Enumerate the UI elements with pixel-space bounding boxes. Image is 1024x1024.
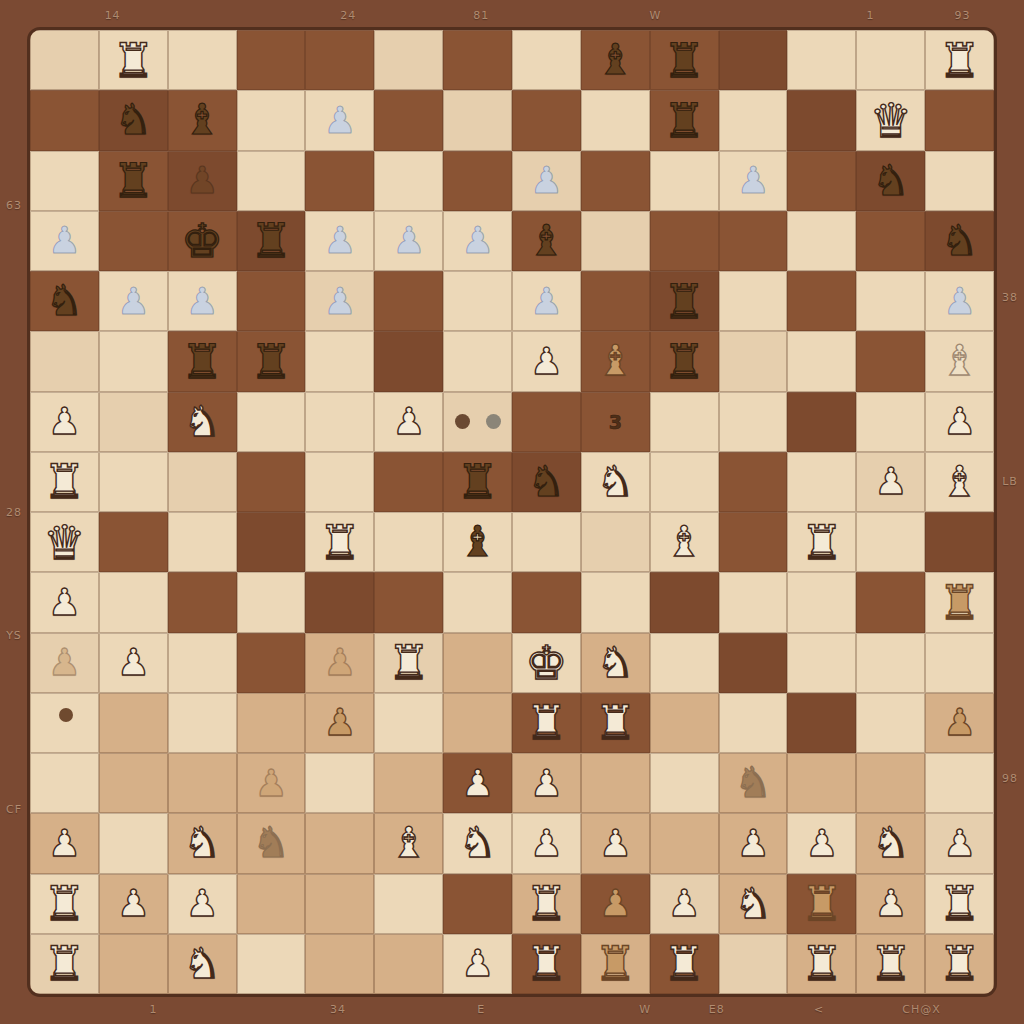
board-square[interactable] xyxy=(374,331,443,391)
board-square[interactable] xyxy=(787,90,856,150)
piece-white-pawn[interactable]: ♟ xyxy=(530,343,563,380)
board-square[interactable]: ♟ xyxy=(856,874,925,934)
piece-black-knight[interactable]: ♞ xyxy=(941,220,979,262)
board-square[interactable] xyxy=(856,633,925,693)
piece-white-pawn[interactable]: ♟ xyxy=(805,825,838,862)
board-square[interactable] xyxy=(719,452,788,512)
board-square[interactable]: ♜ xyxy=(30,874,99,934)
board-square[interactable]: ♚ xyxy=(168,211,237,271)
board-square[interactable] xyxy=(237,693,306,753)
board-square[interactable] xyxy=(168,753,237,813)
piece-black-rook[interactable]: ♜ xyxy=(663,278,705,325)
piece-white-pawn[interactable]: ♟ xyxy=(943,825,976,862)
piece-white-bishop[interactable]: ♝ xyxy=(941,340,979,382)
board-square[interactable]: ♟ xyxy=(443,211,512,271)
piece-white-knight[interactable]: ♞ xyxy=(734,883,772,925)
board-square[interactable] xyxy=(237,633,306,693)
piece-tan-pawn[interactable]: ♟ xyxy=(599,885,632,922)
board-square[interactable] xyxy=(925,633,994,693)
piece-white-knight[interactable]: ♞ xyxy=(459,822,497,864)
board-square[interactable] xyxy=(99,753,168,813)
piece-black-knight[interactable]: ♞ xyxy=(46,280,84,322)
board-square[interactable]: ♞ xyxy=(581,452,650,512)
board-square[interactable]: ♟ xyxy=(443,753,512,813)
board-square[interactable] xyxy=(650,452,719,512)
board-square[interactable]: ♜ xyxy=(237,331,306,391)
board-square[interactable]: ♝ xyxy=(374,813,443,873)
board-square[interactable]: ♞ xyxy=(856,813,925,873)
board-square[interactable] xyxy=(237,392,306,452)
board-square[interactable]: ♟ xyxy=(30,813,99,873)
piece-white-pawn[interactable]: ♟ xyxy=(392,403,425,440)
board-square[interactable] xyxy=(787,693,856,753)
piece-black-bishop[interactable]: ♝ xyxy=(528,220,566,262)
board-square[interactable] xyxy=(237,151,306,211)
board-square[interactable] xyxy=(305,30,374,90)
board-square[interactable] xyxy=(443,271,512,331)
board-square[interactable] xyxy=(30,753,99,813)
board-square[interactable]: ♞ xyxy=(856,151,925,211)
board-square[interactable]: ♟ xyxy=(925,271,994,331)
board-square[interactable] xyxy=(787,211,856,271)
piece-ghost-blue-pawn[interactable]: ♟ xyxy=(186,283,219,320)
board-square[interactable] xyxy=(99,934,168,994)
board-square[interactable] xyxy=(719,271,788,331)
piece-white-rook[interactable]: ♜ xyxy=(525,940,567,987)
board-square[interactable]: ♜ xyxy=(650,331,719,391)
board-square[interactable] xyxy=(787,271,856,331)
board-square[interactable]: ♟ xyxy=(305,633,374,693)
board-square[interactable]: ♞ xyxy=(168,934,237,994)
board-square[interactable] xyxy=(305,331,374,391)
piece-tan-pawn[interactable]: ♟ xyxy=(323,704,356,741)
board-square[interactable] xyxy=(856,392,925,452)
piece-black-knight[interactable]: ♞ xyxy=(734,762,772,804)
piece-white-rook[interactable]: ♜ xyxy=(938,880,980,927)
piece-white-pawn[interactable]: ♟ xyxy=(117,885,150,922)
board-square[interactable]: ♟ xyxy=(512,271,581,331)
piece-tan-rook[interactable]: ♜ xyxy=(801,880,843,927)
board-square[interactable] xyxy=(168,512,237,572)
piece-white-rook[interactable]: ♜ xyxy=(43,880,85,927)
board-square[interactable]: ♜ xyxy=(787,934,856,994)
piece-ghost-blue-pawn[interactable]: ♟ xyxy=(323,102,356,139)
board-square[interactable]: ♞ xyxy=(925,211,994,271)
piece-tan-pawn[interactable]: ♟ xyxy=(323,644,356,681)
board-square[interactable]: ♜ xyxy=(925,874,994,934)
board-square[interactable]: ♞ xyxy=(719,753,788,813)
board-square[interactable] xyxy=(650,633,719,693)
board-square[interactable]: ♜ xyxy=(443,452,512,512)
board-square[interactable]: ♟ xyxy=(512,813,581,873)
board-square[interactable]: ♟ xyxy=(512,151,581,211)
piece-black-rook[interactable]: ♜ xyxy=(663,97,705,144)
board-square[interactable] xyxy=(719,30,788,90)
board-square[interactable] xyxy=(787,633,856,693)
piece-white-rook[interactable]: ♜ xyxy=(938,940,980,987)
board-square[interactable]: ♜ xyxy=(99,30,168,90)
piece-black-king[interactable]: ♚ xyxy=(181,217,223,264)
board-square[interactable]: ♞ xyxy=(512,452,581,512)
board-square[interactable]: ♜ xyxy=(512,874,581,934)
board-square[interactable] xyxy=(650,211,719,271)
piece-ghost-blue-pawn[interactable]: ♟ xyxy=(392,222,425,259)
piece-tan-pawn[interactable]: ♟ xyxy=(943,704,976,741)
board-square[interactable] xyxy=(305,572,374,632)
board-square[interactable]: ♟ xyxy=(650,874,719,934)
piece-white-pawn[interactable]: ♟ xyxy=(599,825,632,862)
piece-white-pawn[interactable]: ♟ xyxy=(874,463,907,500)
board-square[interactable] xyxy=(168,452,237,512)
board-square[interactable]: ♚ xyxy=(512,633,581,693)
board-square[interactable] xyxy=(787,331,856,391)
board-square[interactable] xyxy=(650,753,719,813)
board-square[interactable]: ♜ xyxy=(925,30,994,90)
board-square[interactable] xyxy=(374,934,443,994)
board-square[interactable]: ♞ xyxy=(719,874,788,934)
board-square[interactable]: ♟ xyxy=(374,211,443,271)
board-square[interactable] xyxy=(787,753,856,813)
board-square[interactable] xyxy=(719,633,788,693)
piece-white-rook[interactable]: ♜ xyxy=(663,940,705,987)
piece-ghost-blue-pawn[interactable]: ♟ xyxy=(943,283,976,320)
board-square[interactable] xyxy=(719,331,788,391)
piece-white-pawn[interactable]: ♟ xyxy=(48,403,81,440)
piece-tan-rook[interactable]: ♜ xyxy=(594,940,636,987)
board-square[interactable]: ♟ xyxy=(168,151,237,211)
piece-white-pawn[interactable]: ♟ xyxy=(668,885,701,922)
board-square[interactable]: ♟ xyxy=(719,151,788,211)
board-square[interactable] xyxy=(305,151,374,211)
piece-black-rook[interactable]: ♜ xyxy=(663,338,705,385)
board-square[interactable]: ♝ xyxy=(581,30,650,90)
board-square[interactable] xyxy=(512,512,581,572)
board-square[interactable] xyxy=(374,30,443,90)
board-square[interactable]: ♟ xyxy=(30,392,99,452)
board-square[interactable] xyxy=(856,693,925,753)
piece-white-knight[interactable]: ♞ xyxy=(183,943,221,985)
piece-white-bishop[interactable]: ♝ xyxy=(665,521,703,563)
board-square[interactable] xyxy=(856,572,925,632)
piece-black-bishop[interactable]: ♝ xyxy=(183,99,221,141)
board-square[interactable]: ♝ xyxy=(512,211,581,271)
board-square[interactable]: ♜ xyxy=(925,934,994,994)
board-square[interactable]: 3 xyxy=(581,392,650,452)
board-square[interactable]: ♜ xyxy=(168,331,237,391)
board-square[interactable] xyxy=(787,452,856,512)
board-square[interactable] xyxy=(237,572,306,632)
piece-white-rook[interactable]: ♜ xyxy=(319,519,361,566)
board-square[interactable]: ♟ xyxy=(925,813,994,873)
board-square[interactable] xyxy=(305,392,374,452)
piece-white-pawn[interactable]: ♟ xyxy=(461,765,494,802)
board-square[interactable]: ♜ xyxy=(650,90,719,150)
board-square[interactable]: ♜ xyxy=(237,211,306,271)
board-square[interactable] xyxy=(719,693,788,753)
board-square[interactable] xyxy=(374,452,443,512)
piece-black-knight[interactable]: ♞ xyxy=(872,160,910,202)
board-square[interactable] xyxy=(99,452,168,512)
board-square[interactable] xyxy=(237,30,306,90)
piece-ghost-blue-pawn[interactable]: ♟ xyxy=(530,283,563,320)
board-square[interactable] xyxy=(856,271,925,331)
board-square[interactable] xyxy=(650,693,719,753)
board-square[interactable] xyxy=(374,874,443,934)
board-square[interactable]: ♜ xyxy=(305,512,374,572)
board-square[interactable] xyxy=(443,633,512,693)
board-square[interactable] xyxy=(443,392,512,452)
piece-white-king[interactable]: ♚ xyxy=(525,639,567,686)
board-square[interactable] xyxy=(856,331,925,391)
board-square[interactable] xyxy=(99,813,168,873)
piece-ghost-blue-pawn[interactable]: ♟ xyxy=(48,222,81,259)
piece-white-queen[interactable]: ♛ xyxy=(870,97,912,144)
piece-tan-rook[interactable]: ♜ xyxy=(938,579,980,626)
piece-black-knight[interactable]: ♞ xyxy=(252,822,290,864)
board-square[interactable] xyxy=(581,753,650,813)
board-square[interactable] xyxy=(237,874,306,934)
board-square[interactable]: ♝ xyxy=(925,452,994,512)
board-square[interactable]: ♟ xyxy=(30,211,99,271)
board-square[interactable] xyxy=(168,30,237,90)
piece-black-rook[interactable]: ♜ xyxy=(112,157,154,204)
piece-white-rook[interactable]: ♜ xyxy=(43,458,85,505)
board-square[interactable] xyxy=(856,753,925,813)
board-square[interactable]: ♟ xyxy=(305,211,374,271)
board-square[interactable] xyxy=(925,90,994,150)
board-square[interactable] xyxy=(30,693,99,753)
board-square[interactable]: ♟ xyxy=(787,813,856,873)
piece-black-bishop[interactable]: ♝ xyxy=(459,521,497,563)
board-square[interactable]: ♟ xyxy=(305,693,374,753)
board-square[interactable]: ♟ xyxy=(581,874,650,934)
board-square[interactable] xyxy=(237,271,306,331)
board-square[interactable]: ♞ xyxy=(168,813,237,873)
board-square[interactable] xyxy=(374,512,443,572)
board-square[interactable] xyxy=(443,874,512,934)
board-square[interactable]: ♟ xyxy=(719,813,788,873)
board-square[interactable] xyxy=(99,211,168,271)
board-square[interactable]: ♟ xyxy=(374,392,443,452)
board-square[interactable]: ♝ xyxy=(443,512,512,572)
piece-black-knight[interactable]: ♞ xyxy=(528,461,566,503)
board-square[interactable] xyxy=(99,693,168,753)
board-square[interactable] xyxy=(787,392,856,452)
piece-white-rook[interactable]: ♜ xyxy=(594,699,636,746)
board-square[interactable]: ♜ xyxy=(30,934,99,994)
board-square[interactable] xyxy=(719,211,788,271)
board-square[interactable]: ♜ xyxy=(581,693,650,753)
piece-white-pawn[interactable]: ♟ xyxy=(943,403,976,440)
board-square[interactable]: ♝ xyxy=(581,331,650,391)
board-square[interactable]: ♟ xyxy=(99,271,168,331)
board-square[interactable]: ♟ xyxy=(305,90,374,150)
board-square[interactable]: ♟ xyxy=(168,271,237,331)
piece-black-rook[interactable]: ♜ xyxy=(663,37,705,84)
board-square[interactable]: ♞ xyxy=(99,90,168,150)
board-square[interactable] xyxy=(856,211,925,271)
piece-white-rook[interactable]: ♜ xyxy=(525,699,567,746)
board-square[interactable]: ♟ xyxy=(925,392,994,452)
board-square[interactable] xyxy=(650,813,719,873)
board-square[interactable]: ♛ xyxy=(856,90,925,150)
piece-white-rook[interactable]: ♜ xyxy=(870,940,912,987)
board-square[interactable] xyxy=(443,151,512,211)
piece-white-knight[interactable]: ♞ xyxy=(183,822,221,864)
board-square[interactable] xyxy=(719,572,788,632)
board-square[interactable] xyxy=(237,90,306,150)
piece-ghost-blue-pawn[interactable]: ♟ xyxy=(461,222,494,259)
board-square[interactable] xyxy=(719,90,788,150)
board-square[interactable]: ♜ xyxy=(925,572,994,632)
board-square[interactable]: ♟ xyxy=(443,934,512,994)
piece-white-rook[interactable]: ♜ xyxy=(938,37,980,84)
piece-white-rook[interactable]: ♜ xyxy=(388,639,430,686)
board-square[interactable] xyxy=(925,753,994,813)
board-square[interactable]: ♜ xyxy=(650,30,719,90)
board-square[interactable]: ♜ xyxy=(99,151,168,211)
piece-black-rook[interactable]: ♜ xyxy=(456,458,498,505)
board-square[interactable] xyxy=(305,753,374,813)
board-square[interactable] xyxy=(168,693,237,753)
board-square[interactable]: ♜ xyxy=(512,693,581,753)
board-square[interactable]: ♟ xyxy=(99,874,168,934)
board-square[interactable] xyxy=(305,452,374,512)
board-square[interactable]: ♟ xyxy=(99,633,168,693)
chess-board[interactable]: ♜♝♜♜♞♝♟♜♛♜♟♟♟♞♟♚♜♟♟♟♝♞♞♟♟♟♟♜♟♜♜♟♝♜♝♟♞♟3♟… xyxy=(30,30,994,994)
piece-white-queen[interactable]: ♛ xyxy=(43,519,85,566)
board-square[interactable] xyxy=(719,512,788,572)
piece-black-rook[interactable]: ♜ xyxy=(181,338,223,385)
board-square[interactable] xyxy=(512,392,581,452)
piece-white-knight[interactable]: ♞ xyxy=(872,822,910,864)
piece-white-pawn[interactable]: ♟ xyxy=(48,825,81,862)
board-square[interactable]: ♟ xyxy=(512,753,581,813)
board-square[interactable]: ♜ xyxy=(856,934,925,994)
board-square[interactable] xyxy=(650,392,719,452)
board-square[interactable] xyxy=(374,151,443,211)
board-square[interactable]: ♛ xyxy=(30,512,99,572)
board-square[interactable] xyxy=(581,211,650,271)
piece-ghost-blue-pawn[interactable]: ♟ xyxy=(117,283,150,320)
piece-white-pawn[interactable]: ♟ xyxy=(461,945,494,982)
board-square[interactable]: ♜ xyxy=(30,452,99,512)
board-square[interactable]: ♟ xyxy=(237,753,306,813)
piece-black-pawn[interactable]: ♟ xyxy=(186,162,219,199)
board-square[interactable] xyxy=(581,90,650,150)
board-square[interactable] xyxy=(374,271,443,331)
board-square[interactable]: ♜ xyxy=(650,934,719,994)
piece-white-rook[interactable]: ♜ xyxy=(43,940,85,987)
board-square[interactable] xyxy=(99,392,168,452)
board-square[interactable] xyxy=(581,271,650,331)
board-square[interactable]: ♟ xyxy=(581,813,650,873)
board-square[interactable] xyxy=(30,331,99,391)
board-square[interactable] xyxy=(305,874,374,934)
piece-white-knight[interactable]: ♞ xyxy=(596,642,634,684)
board-square[interactable]: ♟ xyxy=(856,452,925,512)
piece-white-bishop[interactable]: ♝ xyxy=(941,461,979,503)
board-square[interactable] xyxy=(512,30,581,90)
board-square[interactable]: ♝ xyxy=(925,331,994,391)
piece-ghost-blue-pawn[interactable]: ♟ xyxy=(736,162,769,199)
piece-tan-bishop[interactable]: ♝ xyxy=(596,340,634,382)
board-square[interactable] xyxy=(443,90,512,150)
board-square[interactable] xyxy=(512,572,581,632)
board-square[interactable] xyxy=(787,572,856,632)
board-square[interactable] xyxy=(650,151,719,211)
piece-tan-pawn[interactable]: ♟ xyxy=(48,644,81,681)
board-square[interactable]: ♝ xyxy=(168,90,237,150)
board-square[interactable] xyxy=(99,512,168,572)
piece-white-pawn[interactable]: ♟ xyxy=(530,825,563,862)
piece-white-rook[interactable]: ♜ xyxy=(525,880,567,927)
board-square[interactable] xyxy=(30,151,99,211)
piece-black-bishop[interactable]: ♝ xyxy=(596,39,634,81)
board-square[interactable]: ♜ xyxy=(512,934,581,994)
board-square[interactable]: ♞ xyxy=(168,392,237,452)
board-square[interactable]: ♜ xyxy=(787,874,856,934)
board-square[interactable] xyxy=(374,753,443,813)
board-square[interactable]: ♝ xyxy=(650,512,719,572)
board-square[interactable] xyxy=(374,572,443,632)
board-square[interactable] xyxy=(856,30,925,90)
board-square[interactable] xyxy=(99,331,168,391)
board-square[interactable] xyxy=(30,30,99,90)
piece-tan-pawn[interactable]: ♟ xyxy=(254,765,287,802)
board-square[interactable] xyxy=(30,90,99,150)
board-square[interactable] xyxy=(443,30,512,90)
piece-white-pawn[interactable]: ♟ xyxy=(117,644,150,681)
piece-white-knight[interactable]: ♞ xyxy=(596,461,634,503)
piece-white-rook[interactable]: ♜ xyxy=(801,519,843,566)
board-square[interactable]: ♟ xyxy=(168,874,237,934)
piece-white-pawn[interactable]: ♟ xyxy=(874,885,907,922)
piece-white-pawn[interactable]: ♟ xyxy=(186,885,219,922)
piece-white-bishop[interactable]: ♝ xyxy=(390,822,428,864)
board-square[interactable]: ♟ xyxy=(305,271,374,331)
board-square[interactable] xyxy=(237,512,306,572)
board-square[interactable] xyxy=(99,572,168,632)
board-square[interactable]: ♞ xyxy=(237,813,306,873)
board-square[interactable]: ♞ xyxy=(581,633,650,693)
board-square[interactable] xyxy=(719,392,788,452)
piece-black-rook[interactable]: ♜ xyxy=(250,338,292,385)
board-square[interactable]: ♜ xyxy=(374,633,443,693)
board-square[interactable] xyxy=(581,512,650,572)
board-square[interactable]: ♟ xyxy=(30,572,99,632)
piece-white-rook[interactable]: ♜ xyxy=(801,940,843,987)
piece-black-knight[interactable]: ♞ xyxy=(114,99,152,141)
board-square[interactable]: ♟ xyxy=(925,693,994,753)
board-square[interactable] xyxy=(237,934,306,994)
board-square[interactable] xyxy=(305,813,374,873)
board-square[interactable] xyxy=(925,151,994,211)
board-square[interactable] xyxy=(856,512,925,572)
board-square[interactable] xyxy=(168,572,237,632)
board-square[interactable] xyxy=(719,934,788,994)
board-square[interactable]: ♞ xyxy=(443,813,512,873)
piece-white-pawn[interactable]: ♟ xyxy=(530,765,563,802)
piece-ghost-blue-pawn[interactable]: ♟ xyxy=(323,222,356,259)
board-square[interactable]: ♞ xyxy=(30,271,99,331)
board-square[interactable] xyxy=(581,151,650,211)
board-square[interactable] xyxy=(374,693,443,753)
board-square[interactable] xyxy=(374,90,443,150)
board-square[interactable] xyxy=(925,512,994,572)
piece-white-pawn[interactable]: ♟ xyxy=(48,584,81,621)
board-square[interactable] xyxy=(443,693,512,753)
